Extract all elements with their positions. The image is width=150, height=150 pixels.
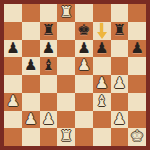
white-rook-d8[interactable]: ♜ xyxy=(59,4,72,22)
square-h7[interactable] xyxy=(128,22,146,40)
white-king-h1[interactable]: ♚ xyxy=(130,128,143,146)
square-e3[interactable] xyxy=(75,93,93,111)
square-f6[interactable]: ♟ xyxy=(93,40,111,58)
square-d2[interactable] xyxy=(57,111,75,129)
square-b2[interactable]: ♟ xyxy=(22,111,40,129)
square-c3[interactable] xyxy=(40,93,58,111)
square-g7[interactable]: ♜ xyxy=(111,22,129,40)
square-b5[interactable]: ♟ xyxy=(22,57,40,75)
square-h5[interactable] xyxy=(128,57,146,75)
square-g2[interactable]: ♟ xyxy=(111,111,129,129)
black-king-e7[interactable]: ♚ xyxy=(77,22,90,40)
white-pawn-b2[interactable]: ♟ xyxy=(24,111,37,129)
square-h6[interactable]: ♟ xyxy=(128,40,146,58)
white-rook-d1[interactable]: ♜ xyxy=(59,128,72,146)
white-pawn-e5[interactable]: ♟ xyxy=(77,57,90,75)
white-pawn-a3[interactable]: ♟ xyxy=(6,93,19,111)
board-grid: ♜♜♚♜♟♟♟♟♟♟♝♟♟♟♟♝♟♟♟♜♚ xyxy=(4,4,146,146)
square-h8[interactable] xyxy=(128,4,146,22)
black-pawn-f6[interactable]: ♟ xyxy=(95,40,108,58)
square-c7[interactable]: ♜ xyxy=(40,22,58,40)
square-c1[interactable] xyxy=(40,128,58,146)
black-rook-c7[interactable]: ♜ xyxy=(42,22,55,40)
square-a6[interactable]: ♟ xyxy=(4,40,22,58)
square-h4[interactable] xyxy=(128,75,146,93)
square-g1[interactable] xyxy=(111,128,129,146)
square-d4[interactable] xyxy=(57,75,75,93)
square-g8[interactable] xyxy=(111,4,129,22)
black-bishop-c5[interactable]: ♝ xyxy=(42,57,55,75)
square-g6[interactable] xyxy=(111,40,129,58)
square-f3[interactable]: ♝ xyxy=(93,93,111,111)
white-pawn-g4[interactable]: ♟ xyxy=(113,75,126,93)
white-pawn-f4[interactable]: ♟ xyxy=(95,75,108,93)
square-d8[interactable]: ♜ xyxy=(57,4,75,22)
square-f2[interactable] xyxy=(93,111,111,129)
square-g4[interactable]: ♟ xyxy=(111,75,129,93)
square-c6[interactable]: ♟ xyxy=(40,40,58,58)
square-e7[interactable]: ♚ xyxy=(75,22,93,40)
square-e5[interactable]: ♟ xyxy=(75,57,93,75)
square-h1[interactable]: ♚ xyxy=(128,128,146,146)
square-b8[interactable] xyxy=(22,4,40,22)
black-pawn-a6[interactable]: ♟ xyxy=(6,40,19,58)
black-pawn-e6[interactable]: ♟ xyxy=(77,40,90,58)
black-pawn-b5[interactable]: ♟ xyxy=(24,57,37,75)
square-h2[interactable] xyxy=(128,111,146,129)
square-a5[interactable] xyxy=(4,57,22,75)
square-g5[interactable] xyxy=(111,57,129,75)
square-c8[interactable] xyxy=(40,4,58,22)
square-b1[interactable] xyxy=(22,128,40,146)
square-b7[interactable] xyxy=(22,22,40,40)
black-rook-g7[interactable]: ♜ xyxy=(113,22,126,40)
white-pawn-g2[interactable]: ♟ xyxy=(113,111,126,129)
white-bishop-f3[interactable]: ♝ xyxy=(95,93,108,111)
square-a2[interactable] xyxy=(4,111,22,129)
chess-board: ♜♜♚♜♟♟♟♟♟♟♝♟♟♟♟♝♟♟♟♜♚ xyxy=(0,0,150,150)
square-b3[interactable] xyxy=(22,93,40,111)
square-f1[interactable] xyxy=(93,128,111,146)
square-d5[interactable] xyxy=(57,57,75,75)
square-e6[interactable]: ♟ xyxy=(75,40,93,58)
square-g3[interactable] xyxy=(111,93,129,111)
square-f8[interactable] xyxy=(93,4,111,22)
black-pawn-c6[interactable]: ♟ xyxy=(42,40,55,58)
square-b4[interactable] xyxy=(22,75,40,93)
square-d6[interactable] xyxy=(57,40,75,58)
square-c5[interactable]: ♝ xyxy=(40,57,58,75)
square-f5[interactable] xyxy=(93,57,111,75)
square-a8[interactable] xyxy=(4,4,22,22)
square-b6[interactable] xyxy=(22,40,40,58)
square-e1[interactable] xyxy=(75,128,93,146)
square-h3[interactable] xyxy=(128,93,146,111)
move-hint-arrow-down-icon xyxy=(93,22,111,40)
square-e8[interactable] xyxy=(75,4,93,22)
square-a7[interactable] xyxy=(4,22,22,40)
square-f7[interactable] xyxy=(93,22,111,40)
square-f4[interactable]: ♟ xyxy=(93,75,111,93)
square-d1[interactable]: ♜ xyxy=(57,128,75,146)
square-a4[interactable] xyxy=(4,75,22,93)
square-c4[interactable] xyxy=(40,75,58,93)
white-pawn-c2[interactable]: ♟ xyxy=(42,111,55,129)
square-a3[interactable]: ♟ xyxy=(4,93,22,111)
square-d7[interactable] xyxy=(57,22,75,40)
square-e4[interactable] xyxy=(75,75,93,93)
square-e2[interactable] xyxy=(75,111,93,129)
square-d3[interactable] xyxy=(57,93,75,111)
square-a1[interactable] xyxy=(4,128,22,146)
square-c2[interactable]: ♟ xyxy=(40,111,58,129)
black-pawn-h6[interactable]: ♟ xyxy=(130,40,143,58)
